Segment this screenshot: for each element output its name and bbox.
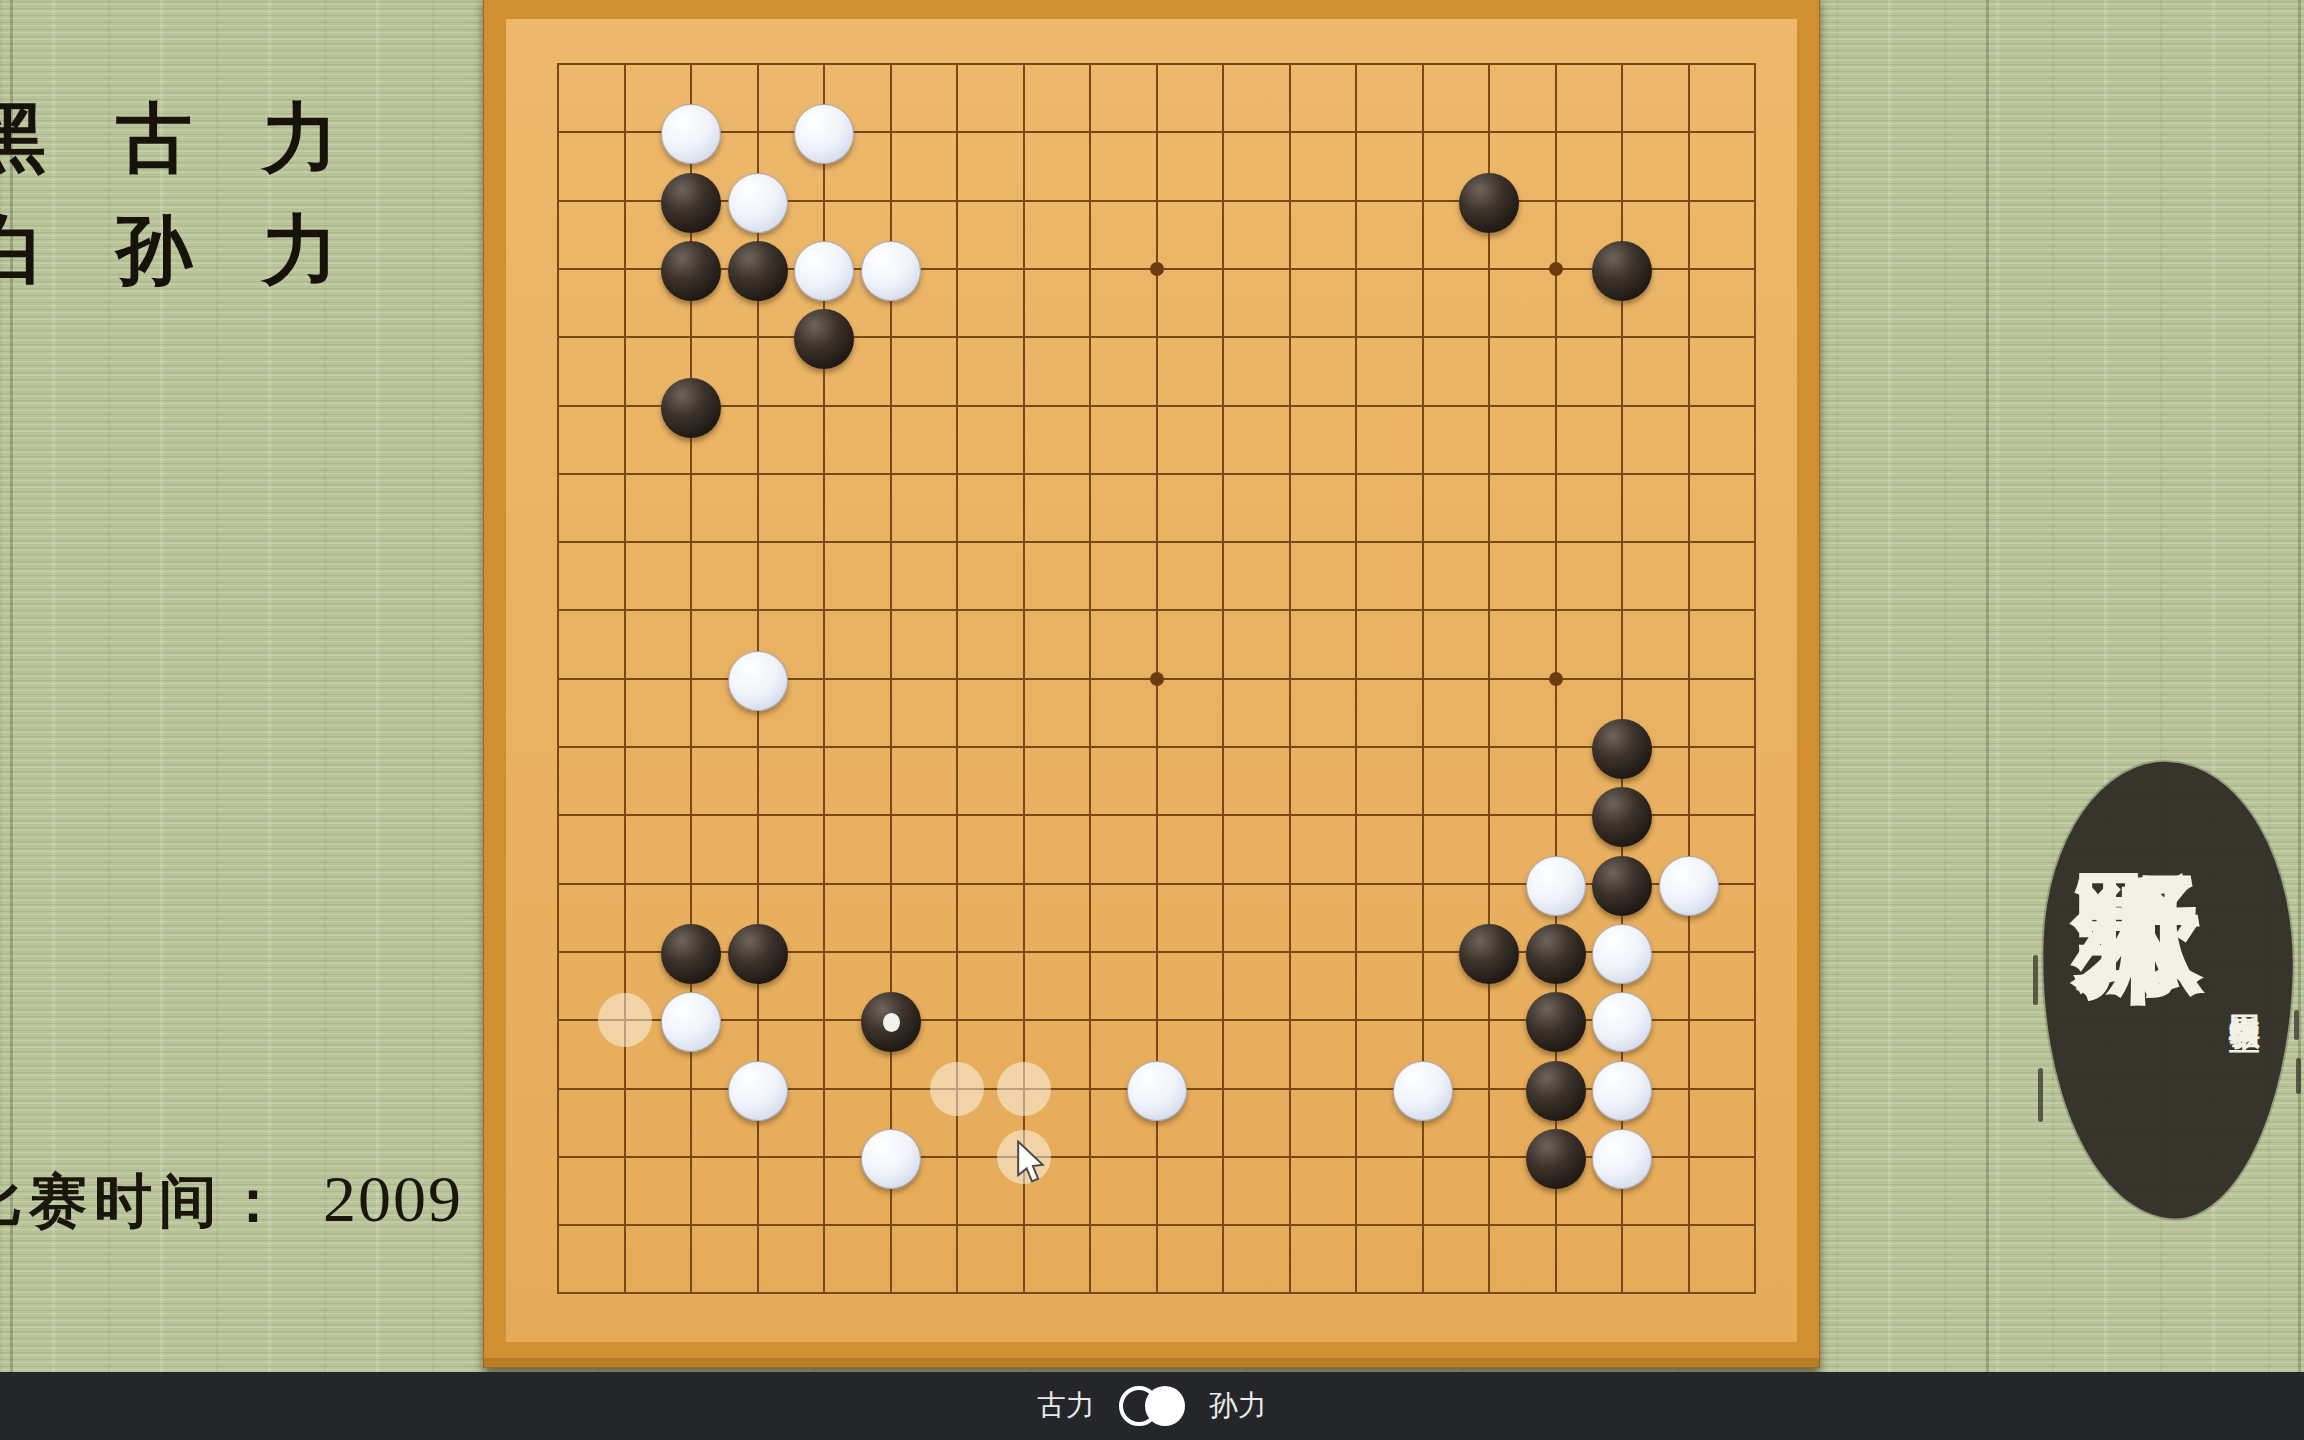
black-stone: [661, 241, 721, 301]
black-stone: [661, 173, 721, 233]
black-stone: [661, 378, 721, 438]
grid-line: [557, 814, 1756, 816]
turn-toggle-stones-icon[interactable]: [1119, 1386, 1185, 1426]
grid-line: [1688, 63, 1690, 1294]
black-stone: [1592, 787, 1652, 847]
match-time-label: 比赛时间：: [0, 1168, 289, 1233]
bottom-bar: 古力 孙力: [0, 1372, 2304, 1440]
white-stone: [794, 104, 854, 164]
white-stone: [1592, 1061, 1652, 1121]
bottom-bar-black-player: 古力: [1037, 1386, 1095, 1426]
black-stone: [728, 924, 788, 984]
black-stone: [661, 924, 721, 984]
black-stone: [861, 992, 921, 1052]
caption-white-player: 白孙力: [0, 212, 338, 288]
white-player-name-2: 力: [262, 212, 338, 288]
seal-side-dash: [2294, 1010, 2299, 1040]
white-stone: [728, 1061, 788, 1121]
screen: 黑古力 白孙力 比赛时间：2009 木野狐 围棋教室 古力 孙力: [0, 0, 2304, 1440]
ghost-stone-preview[interactable]: [997, 1062, 1051, 1116]
white-stone: [861, 1129, 921, 1189]
black-stone: [794, 309, 854, 369]
white-stone: [728, 173, 788, 233]
white-stone: [1592, 1129, 1652, 1189]
black-label: 黑: [0, 100, 46, 176]
black-stone: [1592, 241, 1652, 301]
white-stone: [861, 241, 921, 301]
black-stone: [1526, 1061, 1586, 1121]
seal-side-dash: [2038, 1068, 2043, 1122]
mouse-cursor: [1016, 1140, 1048, 1190]
seal-side-dash: [2033, 955, 2038, 1005]
black-stone: [1526, 924, 1586, 984]
muyehu-seal-logo: 木野狐 围棋教室: [2042, 762, 2292, 1218]
white-player-name-1: 孙: [116, 212, 192, 288]
white-stone-icon: [1145, 1386, 1185, 1426]
star-point: [1150, 262, 1164, 276]
grid-line: [1355, 63, 1357, 1294]
black-stone: [1592, 856, 1652, 916]
black-stone: [728, 241, 788, 301]
white-stone: [1127, 1061, 1187, 1121]
grid-line: [1488, 63, 1490, 1294]
white-stone: [728, 651, 788, 711]
white-stone: [661, 992, 721, 1052]
white-stone: [661, 104, 721, 164]
seal-side-dash: [2296, 1058, 2301, 1094]
seal-sub-text: 围棋教室: [2228, 990, 2261, 998]
white-stone: [1393, 1061, 1453, 1121]
black-stone: [1526, 992, 1586, 1052]
white-label: 白: [0, 212, 46, 288]
white-stone: [794, 241, 854, 301]
grid-line: [557, 1292, 1756, 1294]
go-board: [483, 0, 1820, 1368]
white-stone: [1526, 856, 1586, 916]
black-stone: [1592, 719, 1652, 779]
star-point: [1549, 672, 1563, 686]
match-time-value: 2009: [323, 1162, 463, 1235]
ghost-stone-preview[interactable]: [598, 993, 652, 1047]
last-move-marker: [883, 1013, 900, 1032]
grid-line: [1289, 63, 1291, 1294]
white-stone: [1659, 856, 1719, 916]
ghost-stone-preview[interactable]: [930, 1062, 984, 1116]
star-point: [1549, 262, 1563, 276]
bottom-bar-white-player: 孙力: [1209, 1386, 1267, 1426]
caption-black-player: 黑古力: [0, 100, 338, 176]
grid-line: [1754, 63, 1756, 1294]
tatami-seam: [2298, 0, 2301, 1372]
star-point: [1150, 672, 1164, 686]
black-stone: [1526, 1129, 1586, 1189]
white-stone: [1592, 992, 1652, 1052]
grid-line: [1222, 63, 1224, 1294]
go-board-grid[interactable]: [506, 19, 1797, 1342]
caption-match-time: 比赛时间：2009: [0, 1166, 463, 1232]
white-stone: [1592, 924, 1652, 984]
black-player-name-2: 力: [262, 100, 338, 176]
grid-line: [557, 746, 1756, 748]
grid-line: [557, 1224, 1756, 1226]
black-player-name-1: 古: [116, 100, 192, 176]
tatami-seam: [1986, 0, 1989, 1372]
black-stone: [1459, 173, 1519, 233]
black-stone: [1459, 924, 1519, 984]
